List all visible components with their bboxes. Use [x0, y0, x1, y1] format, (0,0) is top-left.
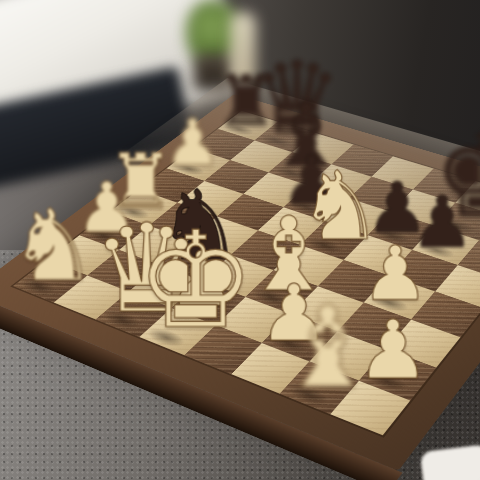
piece-white-knight[interactable]: ♞: [9, 199, 62, 293]
piece-white-king[interactable]: ♚: [136, 218, 191, 344]
square-a1[interactable]: ♞: [13, 260, 87, 303]
board-frame: ♜♛♝♚♟♟♟♟♞♜♟♟♞♝♟♟♟♞♛♚♝: [0, 94, 480, 471]
square-g1[interactable]: ♝: [280, 362, 359, 415]
board-scene: ♜♛♝♚♟♟♟♟♞♜♟♟♞♝♟♟♟♞♛♚♝: [0, 0, 480, 480]
chess-board[interactable]: ♜♛♝♚♟♟♟♟♞♜♟♟♞♝♟♟♟♞♛♚♝: [13, 111, 480, 436]
chess-photo: ♜♛♝♚♟♟♟♟♞♜♟♟♞♝♟♟♟♞♛♚♝: [0, 0, 480, 480]
piece-white-bishop[interactable]: ♝: [277, 295, 336, 402]
